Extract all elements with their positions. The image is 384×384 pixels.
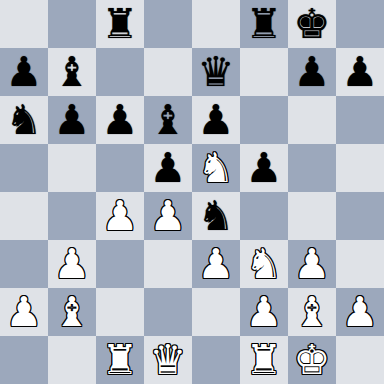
piece-white-pawn[interactable]: ♟	[102, 192, 139, 240]
piece-black-rook[interactable]: ♜	[102, 0, 139, 48]
square-h1[interactable]	[336, 336, 384, 384]
square-f5[interactable]: ♟	[240, 144, 288, 192]
square-e4[interactable]: ♞	[192, 192, 240, 240]
square-c2[interactable]	[96, 288, 144, 336]
square-h3[interactable]	[336, 240, 384, 288]
square-c8[interactable]: ♜	[96, 0, 144, 48]
square-c1[interactable]: ♜	[96, 336, 144, 384]
square-a1[interactable]	[0, 336, 48, 384]
square-b1[interactable]	[48, 336, 96, 384]
square-f4[interactable]	[240, 192, 288, 240]
square-a8[interactable]	[0, 0, 48, 48]
square-d4[interactable]: ♟	[144, 192, 192, 240]
square-c7[interactable]	[96, 48, 144, 96]
square-b5[interactable]	[48, 144, 96, 192]
square-a4[interactable]	[0, 192, 48, 240]
square-d2[interactable]	[144, 288, 192, 336]
square-c4[interactable]: ♟	[96, 192, 144, 240]
square-b3[interactable]: ♟	[48, 240, 96, 288]
square-h4[interactable]	[336, 192, 384, 240]
square-h8[interactable]	[336, 0, 384, 48]
square-f1[interactable]: ♜	[240, 336, 288, 384]
square-g3[interactable]: ♟	[288, 240, 336, 288]
square-g7[interactable]: ♟	[288, 48, 336, 96]
chess-board: ♜♜♚♟♝♛♟♟♞♟♟♝♟♟♞♟♟♟♞♟♟♞♟♟♝♟♝♟♜♛♜♚	[0, 0, 384, 384]
square-f2[interactable]: ♟	[240, 288, 288, 336]
piece-white-rook[interactable]: ♜	[102, 336, 139, 384]
square-e3[interactable]: ♟	[192, 240, 240, 288]
square-b8[interactable]	[48, 0, 96, 48]
piece-white-bishop[interactable]: ♝	[54, 288, 91, 336]
square-c3[interactable]	[96, 240, 144, 288]
square-e7[interactable]: ♛	[192, 48, 240, 96]
square-b2[interactable]: ♝	[48, 288, 96, 336]
piece-black-knight[interactable]: ♞	[198, 192, 235, 240]
piece-white-knight[interactable]: ♞	[246, 240, 283, 288]
square-g4[interactable]	[288, 192, 336, 240]
square-e2[interactable]	[192, 288, 240, 336]
piece-black-bishop[interactable]: ♝	[54, 48, 91, 96]
square-d6[interactable]: ♝	[144, 96, 192, 144]
piece-white-pawn[interactable]: ♟	[342, 288, 379, 336]
square-d3[interactable]	[144, 240, 192, 288]
piece-black-queen[interactable]: ♛	[198, 48, 235, 96]
square-d8[interactable]	[144, 0, 192, 48]
piece-black-pawn[interactable]: ♟	[6, 48, 43, 96]
square-g1[interactable]: ♚	[288, 336, 336, 384]
piece-black-knight[interactable]: ♞	[6, 96, 43, 144]
square-h6[interactable]	[336, 96, 384, 144]
piece-white-pawn[interactable]: ♟	[246, 288, 283, 336]
square-d5[interactable]: ♟	[144, 144, 192, 192]
piece-white-knight[interactable]: ♞	[198, 144, 235, 192]
square-b4[interactable]	[48, 192, 96, 240]
piece-black-pawn[interactable]: ♟	[294, 48, 331, 96]
square-c6[interactable]: ♟	[96, 96, 144, 144]
piece-white-pawn[interactable]: ♟	[150, 192, 187, 240]
piece-white-rook[interactable]: ♜	[246, 336, 283, 384]
square-g2[interactable]: ♝	[288, 288, 336, 336]
piece-white-pawn[interactable]: ♟	[54, 240, 91, 288]
square-g5[interactable]	[288, 144, 336, 192]
square-e6[interactable]: ♟	[192, 96, 240, 144]
square-c5[interactable]	[96, 144, 144, 192]
square-a7[interactable]: ♟	[0, 48, 48, 96]
square-b6[interactable]: ♟	[48, 96, 96, 144]
square-h7[interactable]: ♟	[336, 48, 384, 96]
piece-black-pawn[interactable]: ♟	[150, 144, 187, 192]
square-b7[interactable]: ♝	[48, 48, 96, 96]
square-e8[interactable]	[192, 0, 240, 48]
piece-black-pawn[interactable]: ♟	[342, 48, 379, 96]
piece-black-pawn[interactable]: ♟	[54, 96, 91, 144]
square-h5[interactable]	[336, 144, 384, 192]
piece-black-pawn[interactable]: ♟	[102, 96, 139, 144]
square-f7[interactable]	[240, 48, 288, 96]
piece-black-pawn[interactable]: ♟	[246, 144, 283, 192]
square-g6[interactable]	[288, 96, 336, 144]
square-f8[interactable]: ♜	[240, 0, 288, 48]
square-e1[interactable]	[192, 336, 240, 384]
square-d1[interactable]: ♛	[144, 336, 192, 384]
square-e5[interactable]: ♞	[192, 144, 240, 192]
piece-white-bishop[interactable]: ♝	[294, 288, 331, 336]
square-f3[interactable]: ♞	[240, 240, 288, 288]
piece-white-pawn[interactable]: ♟	[6, 288, 43, 336]
square-a2[interactable]: ♟	[0, 288, 48, 336]
piece-white-queen[interactable]: ♛	[150, 336, 187, 384]
piece-white-pawn[interactable]: ♟	[294, 240, 331, 288]
square-a3[interactable]	[0, 240, 48, 288]
square-g8[interactable]: ♚	[288, 0, 336, 48]
square-a6[interactable]: ♞	[0, 96, 48, 144]
piece-black-pawn[interactable]: ♟	[198, 96, 235, 144]
piece-black-rook[interactable]: ♜	[246, 0, 283, 48]
square-a5[interactable]	[0, 144, 48, 192]
square-f6[interactable]	[240, 96, 288, 144]
piece-white-pawn[interactable]: ♟	[198, 240, 235, 288]
piece-black-king[interactable]: ♚	[294, 0, 331, 48]
piece-black-bishop[interactable]: ♝	[150, 96, 187, 144]
square-d7[interactable]	[144, 48, 192, 96]
piece-white-king[interactable]: ♚	[294, 336, 331, 384]
square-h2[interactable]: ♟	[336, 288, 384, 336]
